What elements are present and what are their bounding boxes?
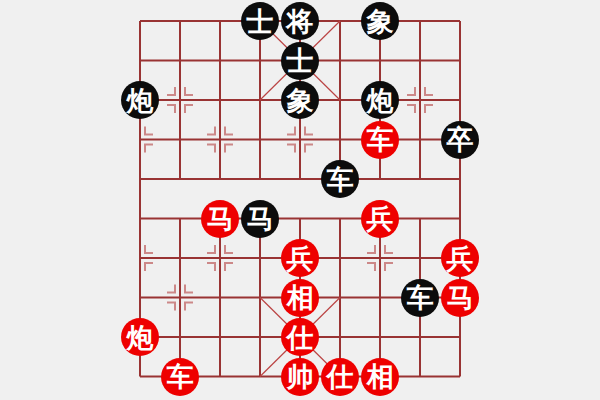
piece-red-horse[interactable]: 马 <box>201 200 239 238</box>
piece-red-elephant[interactable]: 相 <box>281 279 319 317</box>
piece-black-cannon[interactable]: 炮 <box>121 81 159 119</box>
piece-black-chariot[interactable]: 车 <box>401 279 439 317</box>
piece-red-soldier[interactable]: 兵 <box>361 200 399 238</box>
piece-red-elephant[interactable]: 相 <box>361 358 399 396</box>
piece-red-horse[interactable]: 马 <box>441 279 479 317</box>
piece-red-soldier[interactable]: 兵 <box>441 239 479 277</box>
piece-black-cannon[interactable]: 炮 <box>361 81 399 119</box>
piece-red-chariot[interactable]: 车 <box>361 121 399 159</box>
piece-black-elephant[interactable]: 象 <box>361 2 399 40</box>
piece-red-general[interactable]: 帅 <box>281 358 319 396</box>
piece-black-soldier[interactable]: 卒 <box>441 121 479 159</box>
piece-black-advisor[interactable]: 士 <box>281 42 319 80</box>
piece-red-cannon[interactable]: 炮 <box>121 318 159 356</box>
xiangqi-board-screenshot: 士将象士炮象炮车卒车马马兵兵兵相车马炮仕车帅仕相 <box>0 0 600 400</box>
piece-black-elephant[interactable]: 象 <box>281 81 319 119</box>
xiangqi-board: 士将象士炮象炮车卒车马马兵兵兵相车马炮仕车帅仕相 <box>120 1 480 396</box>
piece-black-chariot[interactable]: 车 <box>321 160 359 198</box>
piece-black-general[interactable]: 将 <box>281 2 319 40</box>
piece-red-chariot[interactable]: 车 <box>161 358 199 396</box>
piece-black-advisor[interactable]: 士 <box>241 2 279 40</box>
piece-black-horse[interactable]: 马 <box>241 200 279 238</box>
piece-red-advisor[interactable]: 仕 <box>321 358 359 396</box>
piece-red-soldier[interactable]: 兵 <box>281 239 319 277</box>
piece-red-advisor[interactable]: 仕 <box>281 318 319 356</box>
